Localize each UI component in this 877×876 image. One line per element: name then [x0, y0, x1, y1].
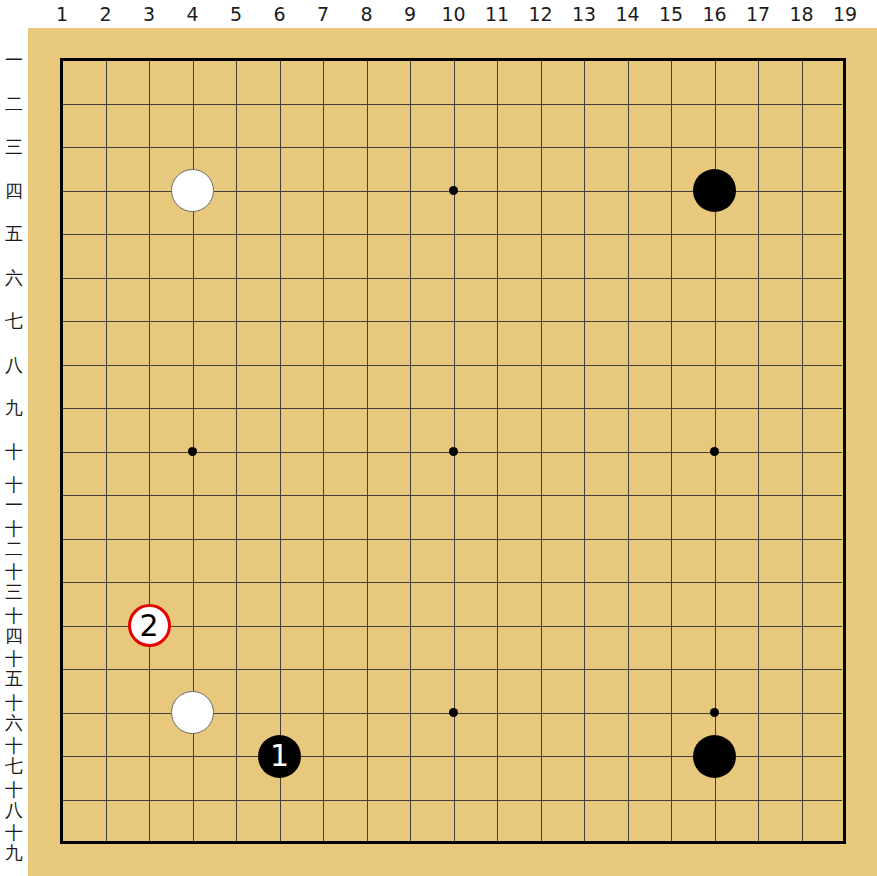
stone-white [171, 169, 214, 212]
row-label-2: 二 [0, 83, 28, 125]
column-label-17: 17 [743, 2, 773, 26]
column-label-1: 1 [47, 2, 77, 26]
row-labels-strip: 一二三四五六七八九十十一十二十三十四十五十六十七十八十九 [0, 0, 28, 876]
row-label-16: 十六 [0, 692, 28, 734]
row-label-4: 四 [0, 170, 28, 212]
row-label-6: 六 [0, 257, 28, 299]
column-label-2: 2 [91, 2, 121, 26]
column-label-18: 18 [787, 2, 817, 26]
go-board[interactable]: 21 [28, 28, 877, 876]
column-label-7: 7 [308, 2, 338, 26]
row-label-13: 十三 [0, 561, 28, 603]
row-label-8: 八 [0, 344, 28, 386]
column-label-12: 12 [526, 2, 556, 26]
column-label-11: 11 [482, 2, 512, 26]
row-label-10: 十 [0, 431, 28, 473]
row-label-12: 十二 [0, 518, 28, 560]
column-label-4: 4 [178, 2, 208, 26]
row-label-15: 十五 [0, 648, 28, 690]
row-label-5: 五 [0, 213, 28, 255]
column-label-15: 15 [656, 2, 686, 26]
row-label-14: 十四 [0, 605, 28, 647]
column-label-13: 13 [569, 2, 599, 26]
row-label-11: 十一 [0, 474, 28, 516]
row-label-17: 十七 [0, 735, 28, 777]
column-label-14: 14 [613, 2, 643, 26]
column-label-10: 10 [439, 2, 469, 26]
column-label-3: 3 [134, 2, 164, 26]
row-label-3: 三 [0, 126, 28, 168]
row-label-1: 一 [0, 39, 28, 81]
go-diagram-page: 21 12345678910111213141516171819 一二三四五六七… [0, 0, 877, 876]
stone-black [693, 169, 736, 212]
row-label-19: 十九 [0, 822, 28, 864]
row-label-18: 十八 [0, 779, 28, 821]
column-label-19: 19 [830, 2, 860, 26]
row-label-9: 九 [0, 387, 28, 429]
stone-black-move-1: 1 [258, 735, 301, 778]
column-label-8: 8 [352, 2, 382, 26]
column-label-9: 9 [395, 2, 425, 26]
stone-white-move-2: 2 [128, 604, 171, 647]
column-label-6: 6 [265, 2, 295, 26]
column-label-5: 5 [221, 2, 251, 26]
stone-white [171, 691, 214, 734]
row-label-7: 七 [0, 300, 28, 342]
column-label-16: 16 [700, 2, 730, 26]
column-labels-strip: 12345678910111213141516171819 [0, 0, 877, 28]
stone-layer: 21 [40, 38, 867, 865]
stone-black [693, 735, 736, 778]
